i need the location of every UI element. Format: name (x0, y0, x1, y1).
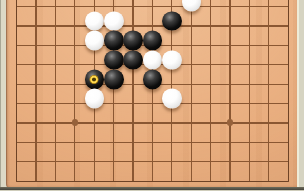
stone-white-j10 (182, 0, 202, 12)
stone-black-i9 (162, 11, 182, 31)
stone-black-e6 (85, 70, 105, 90)
board-bottom-shadow (0, 187, 304, 191)
stone-white-e9 (85, 11, 105, 31)
table-surface-left (0, 0, 6, 190)
stone-black-h8 (143, 31, 163, 51)
star-point (227, 119, 234, 126)
stone-white-e5 (85, 89, 105, 109)
stone-white-e8 (85, 31, 105, 51)
stone-white-i7 (162, 50, 182, 70)
stones-grid[interactable] (7, 0, 298, 190)
stone-black-g8 (123, 31, 143, 51)
stone-black-f7 (104, 50, 124, 70)
game-board[interactable] (6, 0, 301, 188)
table-surface-right (297, 0, 304, 190)
stone-black-f6 (104, 70, 124, 90)
stone-white-h7 (143, 50, 163, 70)
stone-black-h6 (143, 70, 163, 90)
game-screen (0, 0, 304, 190)
last-move-marker-icon (90, 75, 99, 84)
star-point (72, 119, 79, 126)
stone-black-f8 (104, 31, 124, 51)
stone-white-i5 (162, 89, 182, 109)
stone-white-f9 (104, 11, 124, 31)
stone-black-g7 (123, 50, 143, 70)
